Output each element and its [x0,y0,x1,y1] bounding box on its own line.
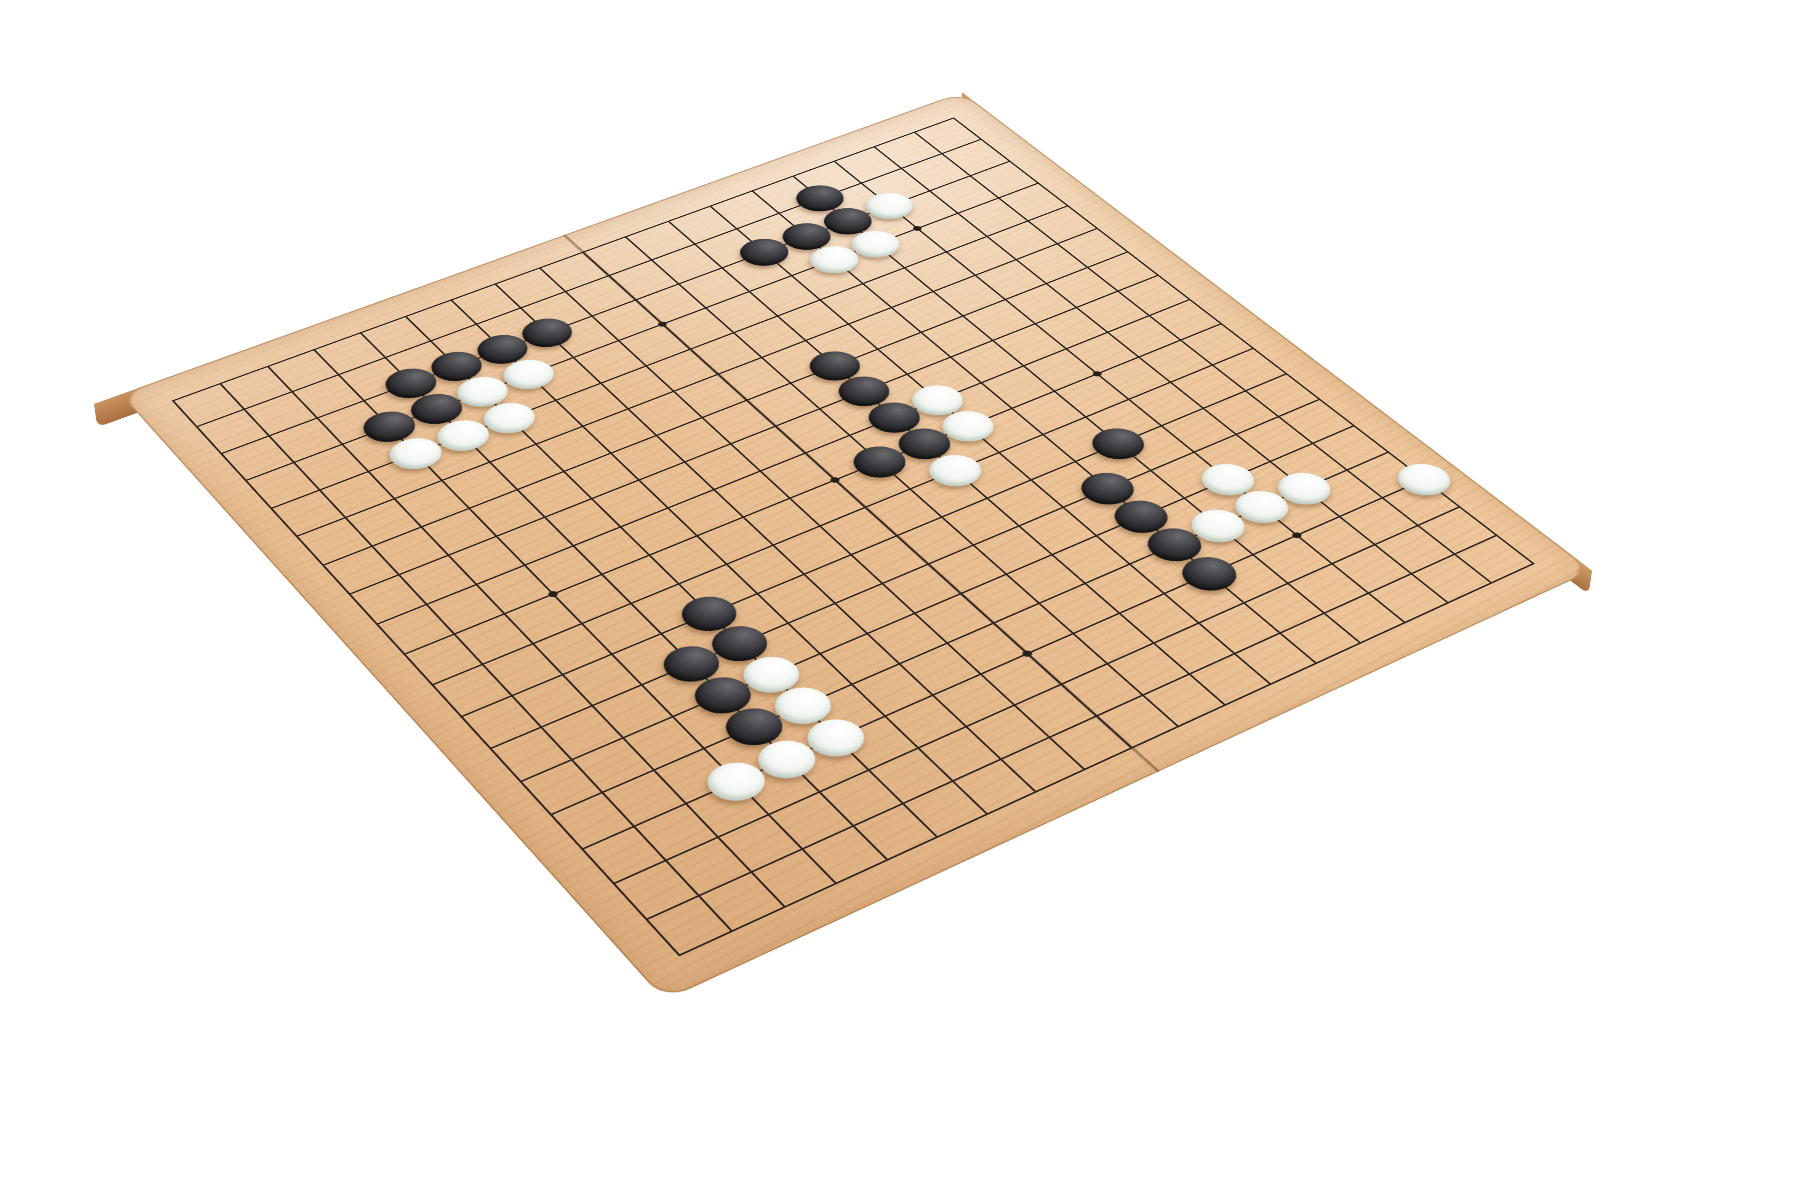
black-stone[interactable] [1137,522,1212,568]
black-stone[interactable] [1171,551,1246,597]
star-point [547,590,560,598]
white-stone[interactable] [747,733,826,785]
board-grid[interactable] [172,117,1535,956]
white-stone[interactable] [697,755,776,808]
white-stone[interactable] [1268,467,1342,511]
star-point [829,476,841,484]
white-stone[interactable] [765,681,842,731]
star-point [730,777,744,786]
black-stone[interactable] [702,620,778,668]
white-stone[interactable] [797,712,875,763]
white-stone[interactable] [1191,458,1264,502]
star-point [1091,370,1103,377]
white-stone[interactable] [1181,504,1255,549]
photo-canvas: { "game": "go", "scene": "wooden folding… [0,0,1800,1200]
star-point [1020,649,1033,657]
star-point [1290,531,1303,539]
star-point [912,226,923,232]
star-point [657,321,669,328]
black-stone[interactable] [715,702,793,753]
white-stone[interactable] [733,650,810,699]
board-surface[interactable] [120,92,1592,1001]
black-stone[interactable] [1071,467,1144,511]
black-stone[interactable] [1104,494,1178,539]
black-stone[interactable] [653,640,729,689]
black-stone[interactable] [1082,422,1154,465]
white-stone[interactable] [1387,458,1461,502]
go-board [120,92,1592,1001]
black-stone[interactable] [684,670,761,720]
white-stone[interactable] [1225,485,1299,529]
black-stone[interactable] [672,590,747,638]
